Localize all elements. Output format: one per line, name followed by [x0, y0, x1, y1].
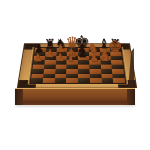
- brown-pawn-piece[interactable]: ♟: [44, 47, 55, 59]
- pieces-layer: ♜♞♛♚♝♜♟♟♟♞♚♟♞♟♟♟♟♝♟♞: [0, 0, 150, 150]
- chess-set-photo: ♜♞♛♚♝♜♟♟♟♞♚♟♞♟♟♟♟♝♟♞: [0, 0, 150, 150]
- brown-pawn-piece[interactable]: ♟: [88, 52, 99, 64]
- brown-pawn-piece[interactable]: ♟: [55, 52, 65, 63]
- black-pawn-piece[interactable]: ♟: [78, 48, 88, 59]
- brown-knight-piece[interactable]: ♞: [99, 50, 111, 63]
- brown-bishop-piece[interactable]: ♝: [65, 50, 78, 64]
- brown-pawn-piece[interactable]: ♟: [33, 52, 44, 64]
